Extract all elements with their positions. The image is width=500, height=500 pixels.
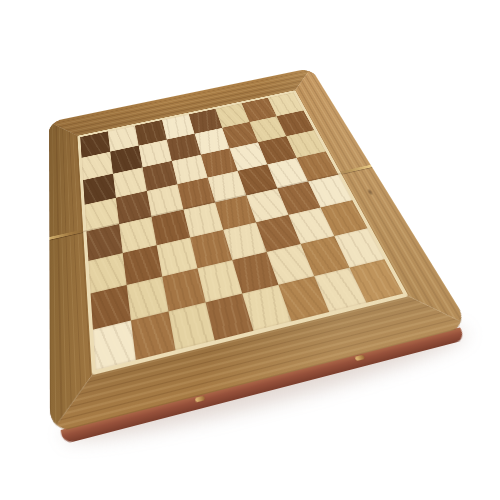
chessboard: [49, 68, 470, 434]
product-photo-scene: [0, 0, 500, 500]
